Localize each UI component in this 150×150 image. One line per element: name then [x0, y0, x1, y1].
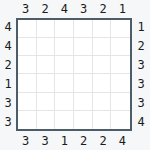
cell-r6c2[interactable]: [37, 111, 56, 129]
clue-top-6: 1: [113, 0, 132, 18]
top-clues: 324321: [16, 0, 132, 18]
clue-right-6: 4: [132, 112, 150, 131]
clue-bottom-5: 2: [93, 131, 112, 150]
right-clues: 123334: [132, 18, 150, 131]
cell-r5c2[interactable]: [37, 93, 56, 111]
clue-top-1: 3: [16, 0, 35, 18]
clue-top-2: 2: [35, 0, 54, 18]
cell-r1c4[interactable]: [74, 20, 93, 38]
clue-top-3: 4: [55, 0, 74, 18]
clue-left-6: 3: [0, 112, 16, 131]
clue-right-2: 2: [132, 37, 150, 56]
cell-r5c3[interactable]: [55, 93, 74, 111]
clue-left-5: 3: [0, 93, 16, 112]
clue-left-4: 1: [0, 75, 16, 94]
cell-r2c5[interactable]: [93, 38, 112, 56]
clue-bottom-6: 4: [113, 131, 132, 150]
cell-r1c3[interactable]: [55, 20, 74, 38]
cell-r6c1[interactable]: [18, 111, 37, 129]
cell-r1c6[interactable]: [111, 20, 130, 38]
cell-r3c1[interactable]: [18, 56, 37, 74]
cell-r4c2[interactable]: [37, 74, 56, 92]
clue-right-1: 1: [132, 18, 150, 37]
clue-bottom-3: 1: [55, 131, 74, 150]
bottom-clues: 331224: [16, 131, 132, 150]
clue-left-2: 4: [0, 37, 16, 56]
cell-r2c1[interactable]: [18, 38, 37, 56]
cell-r4c5[interactable]: [93, 74, 112, 92]
cell-r5c1[interactable]: [18, 93, 37, 111]
cell-r4c1[interactable]: [18, 74, 37, 92]
cell-r6c5[interactable]: [93, 111, 112, 129]
cell-r4c4[interactable]: [74, 74, 93, 92]
skyscrapers-puzzle: 324321 442133 123334 331224: [0, 0, 150, 150]
clue-bottom-2: 3: [35, 131, 54, 150]
clue-right-3: 3: [132, 56, 150, 75]
cell-r6c6[interactable]: [111, 111, 130, 129]
cell-r1c5[interactable]: [93, 20, 112, 38]
clue-left-3: 2: [0, 56, 16, 75]
cell-r3c3[interactable]: [55, 56, 74, 74]
left-clues: 442133: [0, 18, 16, 131]
clue-bottom-4: 2: [74, 131, 93, 150]
cell-r3c6[interactable]: [111, 56, 130, 74]
clue-right-5: 3: [132, 93, 150, 112]
cell-r3c4[interactable]: [74, 56, 93, 74]
puzzle-board: [16, 18, 132, 131]
cell-r4c6[interactable]: [111, 74, 130, 92]
clue-bottom-1: 3: [16, 131, 35, 150]
cell-r2c3[interactable]: [55, 38, 74, 56]
cell-r2c6[interactable]: [111, 38, 130, 56]
clue-right-4: 3: [132, 75, 150, 94]
cell-r6c4[interactable]: [74, 111, 93, 129]
cell-r1c1[interactable]: [18, 20, 37, 38]
cell-r1c2[interactable]: [37, 20, 56, 38]
cell-r5c5[interactable]: [93, 93, 112, 111]
clue-top-5: 2: [93, 0, 112, 18]
cell-r3c5[interactable]: [93, 56, 112, 74]
cell-r2c2[interactable]: [37, 38, 56, 56]
cell-r4c3[interactable]: [55, 74, 74, 92]
cell-r6c3[interactable]: [55, 111, 74, 129]
clue-left-1: 4: [0, 18, 16, 37]
clue-top-4: 3: [74, 0, 93, 18]
cell-r3c2[interactable]: [37, 56, 56, 74]
cell-r5c6[interactable]: [111, 93, 130, 111]
cell-r2c4[interactable]: [74, 38, 93, 56]
cell-r5c4[interactable]: [74, 93, 93, 111]
